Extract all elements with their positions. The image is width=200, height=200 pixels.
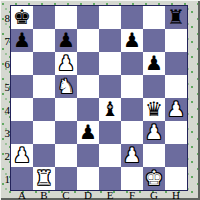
square-b5[interactable] — [33, 75, 55, 98]
square-b8[interactable] — [33, 6, 55, 29]
square-d6[interactable] — [77, 52, 99, 75]
file-label-e: E — [99, 190, 121, 200]
square-d5[interactable] — [77, 75, 99, 98]
square-g5[interactable] — [143, 75, 165, 98]
square-h1[interactable] — [165, 167, 187, 190]
square-a8[interactable]: ♚ — [11, 6, 33, 29]
piece-black-pawn[interactable]: ♟ — [121, 29, 143, 52]
rank-label-3: 3 — [0, 121, 10, 144]
piece-black-bishop[interactable]: ♝ — [99, 98, 121, 121]
piece-white-pawn[interactable]: ♟ — [165, 98, 187, 121]
square-h4[interactable]: ♟ — [165, 98, 187, 121]
square-a2[interactable]: ♟ — [11, 144, 33, 167]
square-c8[interactable] — [55, 6, 77, 29]
rank-label-7: 7 — [0, 29, 10, 52]
square-d8[interactable] — [77, 6, 99, 29]
square-a1[interactable] — [11, 167, 33, 190]
square-b6[interactable] — [33, 52, 55, 75]
square-f1[interactable] — [121, 167, 143, 190]
file-label-a: A — [11, 190, 33, 200]
square-h3[interactable] — [165, 121, 187, 144]
square-f3[interactable] — [121, 121, 143, 144]
square-c2[interactable] — [55, 144, 77, 167]
square-b4[interactable] — [33, 98, 55, 121]
rank-label-6: 6 — [0, 52, 10, 75]
board-outline: ♚♜♟♟♟♟♟♞♝♛♟♟♟♟♟♜♚ — [10, 5, 188, 191]
square-b2[interactable] — [33, 144, 55, 167]
piece-white-pawn[interactable]: ♟ — [143, 121, 165, 144]
rank-label-5: 5 — [0, 75, 10, 98]
piece-black-pawn[interactable]: ♟ — [55, 29, 77, 52]
piece-black-pawn[interactable]: ♟ — [143, 52, 165, 75]
square-f8[interactable] — [121, 6, 143, 29]
piece-white-pawn[interactable]: ♟ — [121, 144, 143, 167]
square-a7[interactable]: ♟ — [11, 29, 33, 52]
square-h5[interactable] — [165, 75, 187, 98]
square-h8[interactable]: ♜ — [165, 6, 187, 29]
square-g2[interactable] — [143, 144, 165, 167]
square-b3[interactable] — [33, 121, 55, 144]
square-a5[interactable] — [11, 75, 33, 98]
file-label-d: D — [77, 190, 99, 200]
piece-white-pawn[interactable]: ♟ — [11, 144, 33, 167]
square-a6[interactable] — [11, 52, 33, 75]
square-c3[interactable] — [55, 121, 77, 144]
square-e2[interactable] — [99, 144, 121, 167]
square-f7[interactable]: ♟ — [121, 29, 143, 52]
file-labels: ABCDEFGH — [11, 190, 187, 200]
square-c4[interactable] — [55, 98, 77, 121]
square-d3[interactable]: ♟ — [77, 121, 99, 144]
square-h6[interactable] — [165, 52, 187, 75]
square-d1[interactable] — [77, 167, 99, 190]
square-a4[interactable] — [11, 98, 33, 121]
board-frame: 87654321 ♚♜♟♟♟♟♟♞♝♛♟♟♟♟♟♜♚ ABCDEFGH — [0, 0, 200, 200]
file-label-g: G — [143, 190, 165, 200]
square-e7[interactable] — [99, 29, 121, 52]
file-label-b: B — [33, 190, 55, 200]
square-g3[interactable]: ♟ — [143, 121, 165, 144]
square-e3[interactable] — [99, 121, 121, 144]
square-e1[interactable] — [99, 167, 121, 190]
square-c7[interactable]: ♟ — [55, 29, 77, 52]
square-d2[interactable] — [77, 144, 99, 167]
square-d7[interactable] — [77, 29, 99, 52]
square-c1[interactable] — [55, 167, 77, 190]
square-g4[interactable]: ♛ — [143, 98, 165, 121]
piece-black-queen[interactable]: ♛ — [143, 98, 165, 121]
square-e5[interactable] — [99, 75, 121, 98]
piece-white-knight[interactable]: ♞ — [55, 75, 77, 98]
rank-label-2: 2 — [0, 144, 10, 167]
square-b1[interactable]: ♜ — [33, 167, 55, 190]
square-b7[interactable] — [33, 29, 55, 52]
rank-label-1: 1 — [0, 167, 10, 190]
square-h7[interactable] — [165, 29, 187, 52]
piece-white-king[interactable]: ♚ — [143, 167, 165, 190]
piece-black-pawn[interactable]: ♟ — [11, 29, 33, 52]
file-label-c: C — [55, 190, 77, 200]
piece-black-king[interactable]: ♚ — [11, 6, 33, 29]
square-g1[interactable]: ♚ — [143, 167, 165, 190]
square-e8[interactable] — [99, 6, 121, 29]
square-f2[interactable]: ♟ — [121, 144, 143, 167]
rank-labels: 87654321 — [0, 6, 10, 190]
square-c5[interactable]: ♞ — [55, 75, 77, 98]
square-c6[interactable]: ♟ — [55, 52, 77, 75]
chess-board: ♚♜♟♟♟♟♟♞♝♛♟♟♟♟♟♜♚ — [11, 6, 187, 190]
square-f5[interactable] — [121, 75, 143, 98]
square-f4[interactable] — [121, 98, 143, 121]
piece-white-pawn[interactable]: ♟ — [55, 52, 77, 75]
square-g6[interactable]: ♟ — [143, 52, 165, 75]
rank-label-8: 8 — [0, 6, 10, 29]
square-g7[interactable] — [143, 29, 165, 52]
square-f6[interactable] — [121, 52, 143, 75]
square-e4[interactable]: ♝ — [99, 98, 121, 121]
piece-black-rook[interactable]: ♜ — [165, 6, 187, 29]
square-a3[interactable] — [11, 121, 33, 144]
file-label-h: H — [165, 190, 187, 200]
square-g8[interactable] — [143, 6, 165, 29]
piece-black-pawn[interactable]: ♟ — [77, 121, 99, 144]
square-e6[interactable] — [99, 52, 121, 75]
rank-label-4: 4 — [0, 98, 10, 121]
piece-white-rook[interactable]: ♜ — [33, 167, 55, 190]
square-h2[interactable] — [165, 144, 187, 167]
file-label-f: F — [121, 190, 143, 200]
square-d4[interactable] — [77, 98, 99, 121]
